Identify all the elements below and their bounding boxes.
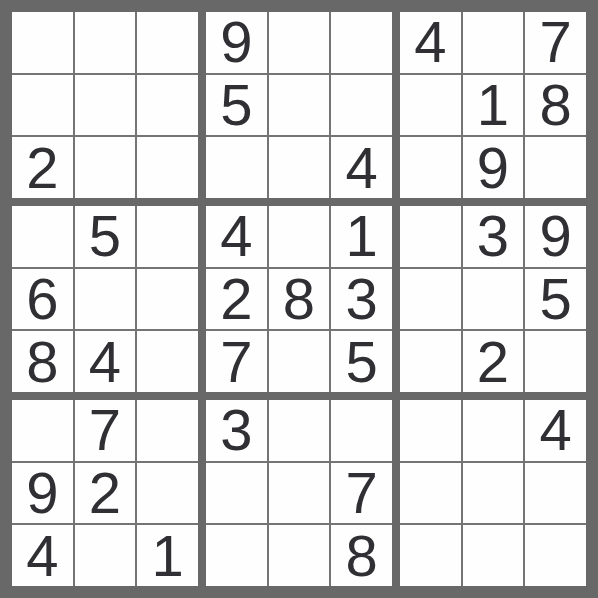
sudoku-cell-r8c3[interactable]	[137, 463, 198, 524]
sudoku-cell-r9c2[interactable]	[75, 525, 136, 586]
sudoku-cell-r6c9[interactable]	[525, 331, 586, 392]
sudoku-cell-r2c7[interactable]	[400, 75, 461, 136]
sudoku-box-9: 4	[400, 400, 586, 586]
sudoku-cell-r4c2[interactable]: 5	[75, 206, 136, 267]
sudoku-cell-r5c1[interactable]: 6	[12, 269, 73, 330]
sudoku-cell-r1c2[interactable]	[75, 12, 136, 73]
sudoku-cell-r1c6[interactable]	[331, 12, 392, 73]
sudoku-cell-r7c6[interactable]	[331, 400, 392, 461]
sudoku-cell-r6c8[interactable]: 2	[463, 331, 524, 392]
sudoku-cell-r3c6[interactable]: 4	[331, 137, 392, 198]
sudoku-box-5: 4128375	[206, 206, 392, 392]
sudoku-cell-r3c4[interactable]	[206, 137, 267, 198]
sudoku-box-7: 79241	[12, 400, 198, 586]
sudoku-cell-r5c4[interactable]: 2	[206, 269, 267, 330]
sudoku-box-1: 2	[12, 12, 198, 198]
sudoku-cell-r5c5[interactable]: 8	[269, 269, 330, 330]
sudoku-cell-r8c7[interactable]	[400, 463, 461, 524]
sudoku-cell-r2c4[interactable]: 5	[206, 75, 267, 136]
sudoku-cell-r1c9[interactable]: 7	[525, 12, 586, 73]
sudoku-cell-r9c4[interactable]	[206, 525, 267, 586]
sudoku-cell-r1c7[interactable]: 4	[400, 12, 461, 73]
sudoku-cell-r1c3[interactable]	[137, 12, 198, 73]
sudoku-cell-r4c9[interactable]: 9	[525, 206, 586, 267]
sudoku-cell-r6c2[interactable]: 4	[75, 331, 136, 392]
sudoku-board: 295447189568441283753952792413784	[0, 0, 598, 598]
sudoku-cell-r2c1[interactable]	[12, 75, 73, 136]
sudoku-box-4: 5684	[12, 206, 198, 392]
sudoku-cell-r9c5[interactable]	[269, 525, 330, 586]
sudoku-box-6: 3952	[400, 206, 586, 392]
sudoku-cell-r9c9[interactable]	[525, 525, 586, 586]
sudoku-cell-r3c9[interactable]	[525, 137, 586, 198]
sudoku-cell-r7c2[interactable]: 7	[75, 400, 136, 461]
sudoku-cell-r8c4[interactable]	[206, 463, 267, 524]
sudoku-cell-r7c7[interactable]	[400, 400, 461, 461]
sudoku-cell-r8c6[interactable]: 7	[331, 463, 392, 524]
sudoku-cell-r2c5[interactable]	[269, 75, 330, 136]
sudoku-box-3: 47189	[400, 12, 586, 198]
sudoku-cell-r2c8[interactable]: 1	[463, 75, 524, 136]
sudoku-cell-r4c5[interactable]	[269, 206, 330, 267]
sudoku-cell-r1c1[interactable]	[12, 12, 73, 73]
sudoku-cell-r6c5[interactable]	[269, 331, 330, 392]
sudoku-cell-r4c7[interactable]	[400, 206, 461, 267]
sudoku-cell-r5c7[interactable]	[400, 269, 461, 330]
sudoku-cell-r2c9[interactable]: 8	[525, 75, 586, 136]
sudoku-cell-r7c8[interactable]	[463, 400, 524, 461]
sudoku-cell-r1c5[interactable]	[269, 12, 330, 73]
sudoku-cell-r9c1[interactable]: 4	[12, 525, 73, 586]
sudoku-cell-r6c1[interactable]: 8	[12, 331, 73, 392]
sudoku-cell-r7c3[interactable]	[137, 400, 198, 461]
sudoku-cell-r4c6[interactable]: 1	[331, 206, 392, 267]
sudoku-cell-r9c3[interactable]: 1	[137, 525, 198, 586]
sudoku-cell-r5c9[interactable]: 5	[525, 269, 586, 330]
sudoku-cell-r4c8[interactable]: 3	[463, 206, 524, 267]
sudoku-cell-r9c6[interactable]: 8	[331, 525, 392, 586]
sudoku-cell-r5c8[interactable]	[463, 269, 524, 330]
sudoku-cell-r9c7[interactable]	[400, 525, 461, 586]
sudoku-cell-r3c8[interactable]: 9	[463, 137, 524, 198]
sudoku-cell-r5c6[interactable]: 3	[331, 269, 392, 330]
sudoku-cell-r4c1[interactable]	[12, 206, 73, 267]
sudoku-cell-r8c2[interactable]: 2	[75, 463, 136, 524]
sudoku-cell-r4c4[interactable]: 4	[206, 206, 267, 267]
sudoku-cell-r5c3[interactable]	[137, 269, 198, 330]
sudoku-cell-r4c3[interactable]	[137, 206, 198, 267]
sudoku-cell-r8c5[interactable]	[269, 463, 330, 524]
sudoku-cell-r3c7[interactable]	[400, 137, 461, 198]
sudoku-cell-r3c2[interactable]	[75, 137, 136, 198]
sudoku-cell-r6c3[interactable]	[137, 331, 198, 392]
sudoku-cell-r9c8[interactable]	[463, 525, 524, 586]
sudoku-cell-r6c7[interactable]	[400, 331, 461, 392]
sudoku-cell-r7c5[interactable]	[269, 400, 330, 461]
sudoku-cell-r7c9[interactable]: 4	[525, 400, 586, 461]
sudoku-cell-r3c3[interactable]	[137, 137, 198, 198]
sudoku-cell-r8c9[interactable]	[525, 463, 586, 524]
sudoku-cell-r3c1[interactable]: 2	[12, 137, 73, 198]
sudoku-cell-r8c1[interactable]: 9	[12, 463, 73, 524]
sudoku-box-8: 378	[206, 400, 392, 586]
sudoku-cell-r2c3[interactable]	[137, 75, 198, 136]
sudoku-cell-r2c6[interactable]	[331, 75, 392, 136]
sudoku-cell-r7c4[interactable]: 3	[206, 400, 267, 461]
sudoku-cell-r3c5[interactable]	[269, 137, 330, 198]
sudoku-cell-r7c1[interactable]	[12, 400, 73, 461]
sudoku-box-2: 954	[206, 12, 392, 198]
sudoku-cell-r1c4[interactable]: 9	[206, 12, 267, 73]
sudoku-cell-r2c2[interactable]	[75, 75, 136, 136]
sudoku-cell-r5c2[interactable]	[75, 269, 136, 330]
sudoku-cell-r1c8[interactable]	[463, 12, 524, 73]
sudoku-cell-r6c4[interactable]: 7	[206, 331, 267, 392]
sudoku-cell-r8c8[interactable]	[463, 463, 524, 524]
sudoku-cell-r6c6[interactable]: 5	[331, 331, 392, 392]
